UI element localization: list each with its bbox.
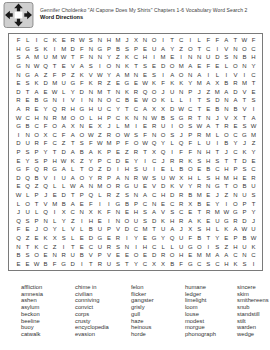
grid-cell[interactable]: E <box>195 165 204 174</box>
grid-cell[interactable]: P <box>104 148 113 157</box>
grid-cell[interactable]: T <box>195 113 204 122</box>
grid-cell[interactable]: E <box>204 216 213 225</box>
grid-cell[interactable]: S <box>222 53 231 62</box>
grid-cell[interactable]: R <box>186 113 195 122</box>
grid-cell[interactable]: U <box>95 242 104 251</box>
grid-cell[interactable]: D <box>86 234 95 243</box>
grid-cell[interactable]: C <box>249 251 258 260</box>
grid-cell[interactable]: Q <box>14 216 23 225</box>
grid-cell[interactable]: M <box>204 251 213 260</box>
grid-cell[interactable]: S <box>249 96 258 105</box>
grid-cell[interactable]: E <box>14 156 23 165</box>
grid-cell[interactable]: O <box>231 62 240 71</box>
grid-cell[interactable]: P <box>240 208 249 217</box>
grid-cell[interactable]: C <box>150 242 159 251</box>
grid-cell[interactable]: K <box>177 79 186 88</box>
grid-cell[interactable]: G <box>222 216 231 225</box>
grid-cell[interactable]: I <box>141 156 150 165</box>
grid-cell[interactable]: R <box>23 105 32 114</box>
grid-cell[interactable]: Y <box>59 216 68 225</box>
grid-cell[interactable]: C <box>249 70 258 79</box>
grid-cell[interactable]: W <box>141 96 150 105</box>
grid-cell[interactable]: W <box>222 208 231 217</box>
grid-cell[interactable]: M <box>32 53 41 62</box>
grid-cell[interactable]: E <box>131 96 140 105</box>
grid-cell[interactable]: H <box>95 113 104 122</box>
grid-cell[interactable]: M <box>195 191 204 200</box>
grid-cell[interactable]: W <box>249 234 258 243</box>
grid-cell[interactable]: C <box>113 96 122 105</box>
grid-cell[interactable]: V <box>68 62 77 71</box>
grid-cell[interactable]: K <box>41 234 50 243</box>
grid-cell[interactable]: X <box>159 259 168 268</box>
grid-cell[interactable]: R <box>131 173 140 182</box>
grid-cell[interactable]: U <box>131 216 140 225</box>
grid-cell[interactable]: M <box>213 208 222 217</box>
grid-cell[interactable]: M <box>213 88 222 97</box>
grid-cell[interactable]: X <box>95 122 104 131</box>
grid-cell[interactable]: H <box>213 173 222 182</box>
grid-cell[interactable]: A <box>195 70 204 79</box>
grid-cell[interactable]: H <box>68 105 77 114</box>
grid-cell[interactable]: T <box>249 199 258 208</box>
grid-cell[interactable]: L <box>213 70 222 79</box>
grid-cell[interactable]: R <box>177 156 186 165</box>
grid-cell[interactable]: G <box>95 45 104 54</box>
grid-cell[interactable]: H <box>231 242 240 251</box>
grid-cell[interactable]: E <box>77 242 86 251</box>
grid-cell[interactable]: S <box>86 36 95 45</box>
grid-cell[interactable]: C <box>113 113 122 122</box>
grid-cell[interactable]: U <box>204 53 213 62</box>
grid-cell[interactable]: D <box>14 173 23 182</box>
grid-cell[interactable]: Y <box>104 70 113 79</box>
grid-cell[interactable]: I <box>159 70 168 79</box>
grid-cell[interactable]: S <box>240 122 249 131</box>
grid-cell[interactable]: M <box>95 182 104 191</box>
grid-cell[interactable]: B <box>41 259 50 268</box>
grid-cell[interactable]: E <box>204 191 213 200</box>
grid-cell[interactable]: A <box>77 182 86 191</box>
grid-cell[interactable]: E <box>141 70 150 79</box>
grid-cell[interactable]: S <box>204 259 213 268</box>
grid-cell[interactable]: N <box>222 96 231 105</box>
grid-cell[interactable]: N <box>86 182 95 191</box>
grid-cell[interactable]: N <box>23 62 32 71</box>
grid-cell[interactable]: X <box>213 79 222 88</box>
grid-cell[interactable]: G <box>59 259 68 268</box>
grid-cell[interactable]: R <box>32 139 41 148</box>
grid-cell[interactable]: I <box>213 45 222 54</box>
grid-cell[interactable]: P <box>231 165 240 174</box>
grid-cell[interactable]: S <box>23 251 32 260</box>
grid-cell[interactable]: P <box>104 173 113 182</box>
grid-cell[interactable]: L <box>95 191 104 200</box>
grid-cell[interactable]: E <box>59 36 68 45</box>
grid-cell[interactable]: C <box>231 148 240 157</box>
grid-cell[interactable]: V <box>86 70 95 79</box>
grid-cell[interactable]: N <box>50 96 59 105</box>
grid-cell[interactable]: H <box>177 251 186 260</box>
grid-cell[interactable]: Y <box>113 105 122 114</box>
grid-cell[interactable]: B <box>231 105 240 114</box>
grid-cell[interactable]: U <box>159 122 168 131</box>
grid-cell[interactable]: M <box>222 173 231 182</box>
grid-cell[interactable]: H <box>104 36 113 45</box>
grid-cell[interactable]: Q <box>41 62 50 71</box>
grid-cell[interactable]: D <box>240 216 249 225</box>
grid-cell[interactable]: R <box>59 251 68 260</box>
grid-cell[interactable]: Y <box>213 234 222 243</box>
grid-cell[interactable]: B <box>59 199 68 208</box>
grid-cell[interactable]: E <box>104 234 113 243</box>
grid-cell[interactable]: S <box>150 173 159 182</box>
grid-cell[interactable]: N <box>86 53 95 62</box>
grid-cell[interactable]: E <box>113 251 122 260</box>
grid-cell[interactable]: D <box>77 88 86 97</box>
grid-cell[interactable]: O <box>41 225 50 234</box>
grid-cell[interactable]: R <box>222 122 231 131</box>
grid-cell[interactable]: N <box>122 173 131 182</box>
grid-cell[interactable]: F <box>186 234 195 243</box>
grid-cell[interactable]: G <box>77 105 86 114</box>
grid-cell[interactable]: L <box>159 242 168 251</box>
grid-cell[interactable]: Z <box>68 70 77 79</box>
grid-cell[interactable]: S <box>249 191 258 200</box>
grid-cell[interactable]: N <box>95 53 104 62</box>
grid-cell[interactable]: E <box>141 182 150 191</box>
grid-cell[interactable]: K <box>195 216 204 225</box>
grid-cell[interactable]: F <box>14 36 23 45</box>
grid-cell[interactable]: H <box>204 225 213 234</box>
grid-cell[interactable]: E <box>23 225 32 234</box>
grid-cell[interactable]: L <box>195 139 204 148</box>
grid-cell[interactable]: W <box>59 53 68 62</box>
grid-cell[interactable]: V <box>150 182 159 191</box>
grid-cell[interactable]: R <box>195 131 204 140</box>
grid-cell[interactable]: I <box>113 165 122 174</box>
grid-cell[interactable]: L <box>195 36 204 45</box>
grid-cell[interactable]: T <box>86 259 95 268</box>
grid-cell[interactable]: O <box>77 113 86 122</box>
grid-cell[interactable]: H <box>32 113 41 122</box>
grid-cell[interactable]: K <box>168 79 177 88</box>
grid-cell[interactable]: Y <box>186 79 195 88</box>
grid-cell[interactable]: V <box>104 251 113 260</box>
grid-cell[interactable]: Y <box>68 88 77 97</box>
grid-cell[interactable]: I <box>131 242 140 251</box>
grid-cell[interactable]: L <box>50 216 59 225</box>
grid-cell[interactable]: S <box>195 156 204 165</box>
grid-cell[interactable]: O <box>150 88 159 97</box>
grid-cell[interactable]: S <box>141 62 150 71</box>
grid-cell[interactable]: W <box>68 182 77 191</box>
grid-cell[interactable]: X <box>150 259 159 268</box>
grid-cell[interactable]: A <box>59 165 68 174</box>
grid-cell[interactable]: C <box>231 131 240 140</box>
grid-cell[interactable]: N <box>77 208 86 217</box>
grid-cell[interactable]: Y <box>131 156 140 165</box>
grid-cell[interactable]: N <box>150 199 159 208</box>
grid-cell[interactable]: E <box>159 199 168 208</box>
grid-cell[interactable]: Y <box>41 148 50 157</box>
grid-cell[interactable]: O <box>86 165 95 174</box>
grid-cell[interactable]: E <box>213 62 222 71</box>
grid-cell[interactable]: G <box>50 165 59 174</box>
grid-cell[interactable]: U <box>159 225 168 234</box>
grid-cell[interactable]: W <box>249 122 258 131</box>
grid-cell[interactable]: S <box>168 131 177 140</box>
grid-cell[interactable]: U <box>240 191 249 200</box>
grid-cell[interactable]: O <box>32 131 41 140</box>
grid-cell[interactable]: V <box>222 113 231 122</box>
grid-cell[interactable]: E <box>41 251 50 260</box>
grid-cell[interactable]: E <box>168 53 177 62</box>
grid-cell[interactable]: O <box>68 113 77 122</box>
grid-cell[interactable]: E <box>204 105 213 114</box>
grid-cell[interactable]: A <box>150 208 159 217</box>
grid-cell[interactable]: I <box>159 36 168 45</box>
grid-cell[interactable]: F <box>77 45 86 54</box>
grid-cell[interactable]: P <box>113 139 122 148</box>
grid-cell[interactable]: O <box>231 199 240 208</box>
grid-cell[interactable]: N <box>231 53 240 62</box>
grid-cell[interactable]: L <box>177 96 186 105</box>
grid-cell[interactable]: F <box>204 62 213 71</box>
grid-cell[interactable]: B <box>195 199 204 208</box>
grid-cell[interactable]: P <box>32 216 41 225</box>
grid-cell[interactable]: R <box>231 79 240 88</box>
grid-cell[interactable]: S <box>122 191 131 200</box>
grid-cell[interactable]: K <box>77 70 86 79</box>
grid-cell[interactable]: J <box>159 156 168 165</box>
grid-cell[interactable]: E <box>14 182 23 191</box>
grid-cell[interactable]: R <box>95 173 104 182</box>
grid-cell[interactable]: E <box>41 88 50 97</box>
grid-cell[interactable]: C <box>213 165 222 174</box>
grid-cell[interactable]: A <box>249 113 258 122</box>
grid-cell[interactable]: N <box>23 131 32 140</box>
grid-cell[interactable]: Z <box>32 182 41 191</box>
grid-cell[interactable]: O <box>195 242 204 251</box>
grid-cell[interactable]: I <box>177 53 186 62</box>
grid-cell[interactable]: D <box>213 53 222 62</box>
grid-cell[interactable]: O <box>150 36 159 45</box>
grid-cell[interactable]: M <box>204 131 213 140</box>
grid-cell[interactable]: O <box>240 45 249 54</box>
grid-cell[interactable]: S <box>131 165 140 174</box>
grid-cell[interactable]: O <box>186 165 195 174</box>
grid-cell[interactable]: S <box>204 96 213 105</box>
grid-cell[interactable]: O <box>104 182 113 191</box>
grid-cell[interactable]: Q <box>50 105 59 114</box>
grid-cell[interactable]: N <box>141 36 150 45</box>
grid-cell[interactable]: M <box>50 53 59 62</box>
grid-cell[interactable]: L <box>14 199 23 208</box>
grid-cell[interactable]: A <box>186 62 195 71</box>
grid-cell[interactable]: E <box>59 62 68 71</box>
grid-cell[interactable]: I <box>150 53 159 62</box>
grid-cell[interactable]: E <box>77 234 86 243</box>
grid-cell[interactable]: D <box>240 156 249 165</box>
grid-cell[interactable]: R <box>59 105 68 114</box>
grid-cell[interactable]: Q <box>14 234 23 243</box>
grid-cell[interactable]: A <box>32 88 41 97</box>
grid-cell[interactable]: I <box>168 148 177 157</box>
grid-cell[interactable]: G <box>95 234 104 243</box>
grid-cell[interactable]: N <box>86 96 95 105</box>
grid-cell[interactable]: F <box>86 139 95 148</box>
grid-cell[interactable]: O <box>32 251 41 260</box>
grid-cell[interactable]: F <box>159 79 168 88</box>
grid-cell[interactable]: T <box>32 199 41 208</box>
grid-cell[interactable]: K <box>95 148 104 157</box>
grid-cell[interactable]: F <box>186 139 195 148</box>
grid-cell[interactable]: B <box>222 139 231 148</box>
grid-cell[interactable]: H <box>186 173 195 182</box>
grid-cell[interactable]: K <box>50 36 59 45</box>
grid-cell[interactable]: F <box>122 139 131 148</box>
grid-cell[interactable]: C <box>104 105 113 114</box>
grid-cell[interactable]: E <box>14 79 23 88</box>
grid-cell[interactable]: I <box>150 165 159 174</box>
grid-cell[interactable]: B <box>113 45 122 54</box>
grid-cell[interactable]: V <box>240 88 249 97</box>
grid-cell[interactable]: U <box>249 225 258 234</box>
grid-cell[interactable]: Q <box>141 88 150 97</box>
grid-cell[interactable]: W <box>14 191 23 200</box>
grid-cell[interactable]: U <box>204 139 213 148</box>
grid-cell[interactable]: I <box>32 36 41 45</box>
grid-cell[interactable]: R <box>41 165 50 174</box>
grid-cell[interactable]: I <box>77 96 86 105</box>
grid-cell[interactable]: I <box>50 45 59 54</box>
grid-cell[interactable]: A <box>204 122 213 131</box>
grid-cell[interactable]: L <box>168 139 177 148</box>
grid-cell[interactable]: O <box>113 131 122 140</box>
grid-cell[interactable]: J <box>213 191 222 200</box>
grid-cell[interactable]: S <box>141 216 150 225</box>
grid-cell[interactable]: I <box>95 62 104 71</box>
grid-cell[interactable]: I <box>77 259 86 268</box>
grid-cell[interactable]: T <box>240 113 249 122</box>
grid-cell[interactable]: U <box>177 242 186 251</box>
grid-cell[interactable]: Y <box>186 182 195 191</box>
grid-cell[interactable]: X <box>186 199 195 208</box>
grid-cell[interactable]: K <box>32 79 41 88</box>
grid-cell[interactable]: P <box>131 199 140 208</box>
grid-cell[interactable]: I <box>104 216 113 225</box>
grid-cell[interactable]: P <box>32 148 41 157</box>
grid-cell[interactable]: S <box>168 113 177 122</box>
grid-cell[interactable]: E <box>23 96 32 105</box>
grid-cell[interactable]: E <box>150 62 159 71</box>
grid-cell[interactable]: K <box>68 156 77 165</box>
grid-cell[interactable]: C <box>249 45 258 54</box>
grid-cell[interactable]: F <box>104 208 113 217</box>
grid-cell[interactable]: A <box>32 70 41 79</box>
grid-cell[interactable]: T <box>50 148 59 157</box>
grid-cell[interactable]: B <box>195 234 204 243</box>
grid-cell[interactable]: E <box>23 259 32 268</box>
grid-cell[interactable]: L <box>23 191 32 200</box>
grid-cell[interactable]: W <box>32 259 41 268</box>
grid-cell[interactable]: G <box>14 122 23 131</box>
grid-cell[interactable]: W <box>141 139 150 148</box>
grid-cell[interactable]: W <box>141 79 150 88</box>
grid-cell[interactable]: L <box>68 165 77 174</box>
grid-cell[interactable]: G <box>14 62 23 71</box>
grid-cell[interactable]: O <box>131 251 140 260</box>
grid-cell[interactable]: K <box>32 242 41 251</box>
grid-cell[interactable]: K <box>168 182 177 191</box>
grid-cell[interactable]: Z <box>77 156 86 165</box>
grid-cell[interactable]: U <box>68 251 77 260</box>
grid-cell[interactable]: A <box>159 45 168 54</box>
grid-cell[interactable]: X <box>150 105 159 114</box>
grid-cell[interactable]: S <box>204 173 213 182</box>
grid-cell[interactable]: C <box>249 165 258 174</box>
grid-cell[interactable]: W <box>59 156 68 165</box>
grid-cell[interactable]: I <box>59 242 68 251</box>
grid-cell[interactable]: I <box>168 122 177 131</box>
grid-cell[interactable]: I <box>186 96 195 105</box>
grid-cell[interactable]: K <box>122 53 131 62</box>
grid-cell[interactable]: I <box>131 122 140 131</box>
grid-cell[interactable]: D <box>150 251 159 260</box>
grid-cell[interactable]: F <box>249 36 258 45</box>
grid-cell[interactable]: S <box>141 208 150 217</box>
grid-cell[interactable]: W <box>240 36 249 45</box>
grid-cell[interactable]: O <box>159 131 168 140</box>
grid-cell[interactable]: Y <box>131 234 140 243</box>
grid-cell[interactable]: D <box>168 105 177 114</box>
grid-cell[interactable]: B <box>222 79 231 88</box>
grid-cell[interactable]: I <box>122 234 131 243</box>
grid-cell[interactable]: E <box>222 234 231 243</box>
grid-cell[interactable]: H <box>204 156 213 165</box>
grid-cell[interactable]: N <box>50 251 59 260</box>
grid-cell[interactable]: U <box>23 208 32 217</box>
grid-cell[interactable]: N <box>195 148 204 157</box>
grid-cell[interactable]: U <box>177 234 186 243</box>
grid-cell[interactable]: E <box>141 251 150 260</box>
grid-cell[interactable]: P <box>104 225 113 234</box>
grid-cell[interactable]: I <box>249 259 258 268</box>
grid-cell[interactable]: B <box>77 148 86 157</box>
grid-cell[interactable]: O <box>77 131 86 140</box>
grid-cell[interactable]: A <box>186 216 195 225</box>
grid-cell[interactable]: Y <box>249 62 258 71</box>
grid-cell[interactable]: E <box>186 208 195 217</box>
grid-cell[interactable]: N <box>195 53 204 62</box>
grid-cell[interactable]: B <box>32 96 41 105</box>
grid-cell[interactable]: W <box>177 105 186 114</box>
grid-cell[interactable]: I <box>222 70 231 79</box>
grid-cell[interactable]: M <box>240 79 249 88</box>
grid-cell[interactable]: N <box>240 62 249 71</box>
grid-cell[interactable]: Z <box>222 191 231 200</box>
grid-cell[interactable]: E <box>77 199 86 208</box>
grid-cell[interactable]: E <box>141 234 150 243</box>
grid-cell[interactable]: H <box>231 173 240 182</box>
grid-cell[interactable]: S <box>32 156 41 165</box>
grid-cell[interactable]: C <box>231 251 240 260</box>
grid-cell[interactable]: N <box>131 70 140 79</box>
grid-cell[interactable]: I <box>95 199 104 208</box>
grid-cell[interactable]: H <box>131 208 140 217</box>
grid-cell[interactable]: T <box>213 122 222 131</box>
